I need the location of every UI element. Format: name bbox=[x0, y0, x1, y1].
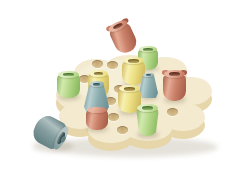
peg-terracotta-r1[interactable] bbox=[86, 107, 108, 130]
peg-hole bbox=[142, 106, 153, 110]
board-hole-h7[interactable] bbox=[117, 126, 128, 134]
peg-terracotta-r2[interactable] bbox=[163, 70, 186, 101]
peg-green-g2[interactable] bbox=[57, 71, 80, 98]
peg-hole bbox=[124, 87, 135, 91]
peg-top-rim bbox=[87, 107, 106, 113]
peg-top-rim bbox=[58, 71, 78, 78]
peg-body bbox=[139, 75, 158, 98]
peg-top-rim bbox=[164, 70, 184, 78]
board-hole-h6[interactable] bbox=[108, 113, 119, 121]
board-hole-h8[interactable] bbox=[167, 108, 178, 116]
peg-hole bbox=[169, 72, 180, 76]
peg-hole bbox=[143, 48, 152, 51]
peg-top-rim bbox=[143, 73, 154, 78]
peg-hole bbox=[63, 73, 74, 77]
peg-top-rim bbox=[89, 70, 107, 77]
peg-hole bbox=[146, 74, 152, 76]
peg-hole bbox=[94, 72, 104, 76]
product-photo-scene bbox=[0, 0, 240, 194]
peg-teal-t2[interactable] bbox=[139, 73, 158, 98]
board-hole-h2[interactable] bbox=[107, 61, 118, 69]
peg-green-g3[interactable] bbox=[136, 104, 159, 136]
board-hole-h1[interactable] bbox=[92, 60, 103, 68]
peg-hole bbox=[93, 83, 100, 86]
peg-hole bbox=[128, 59, 139, 63]
